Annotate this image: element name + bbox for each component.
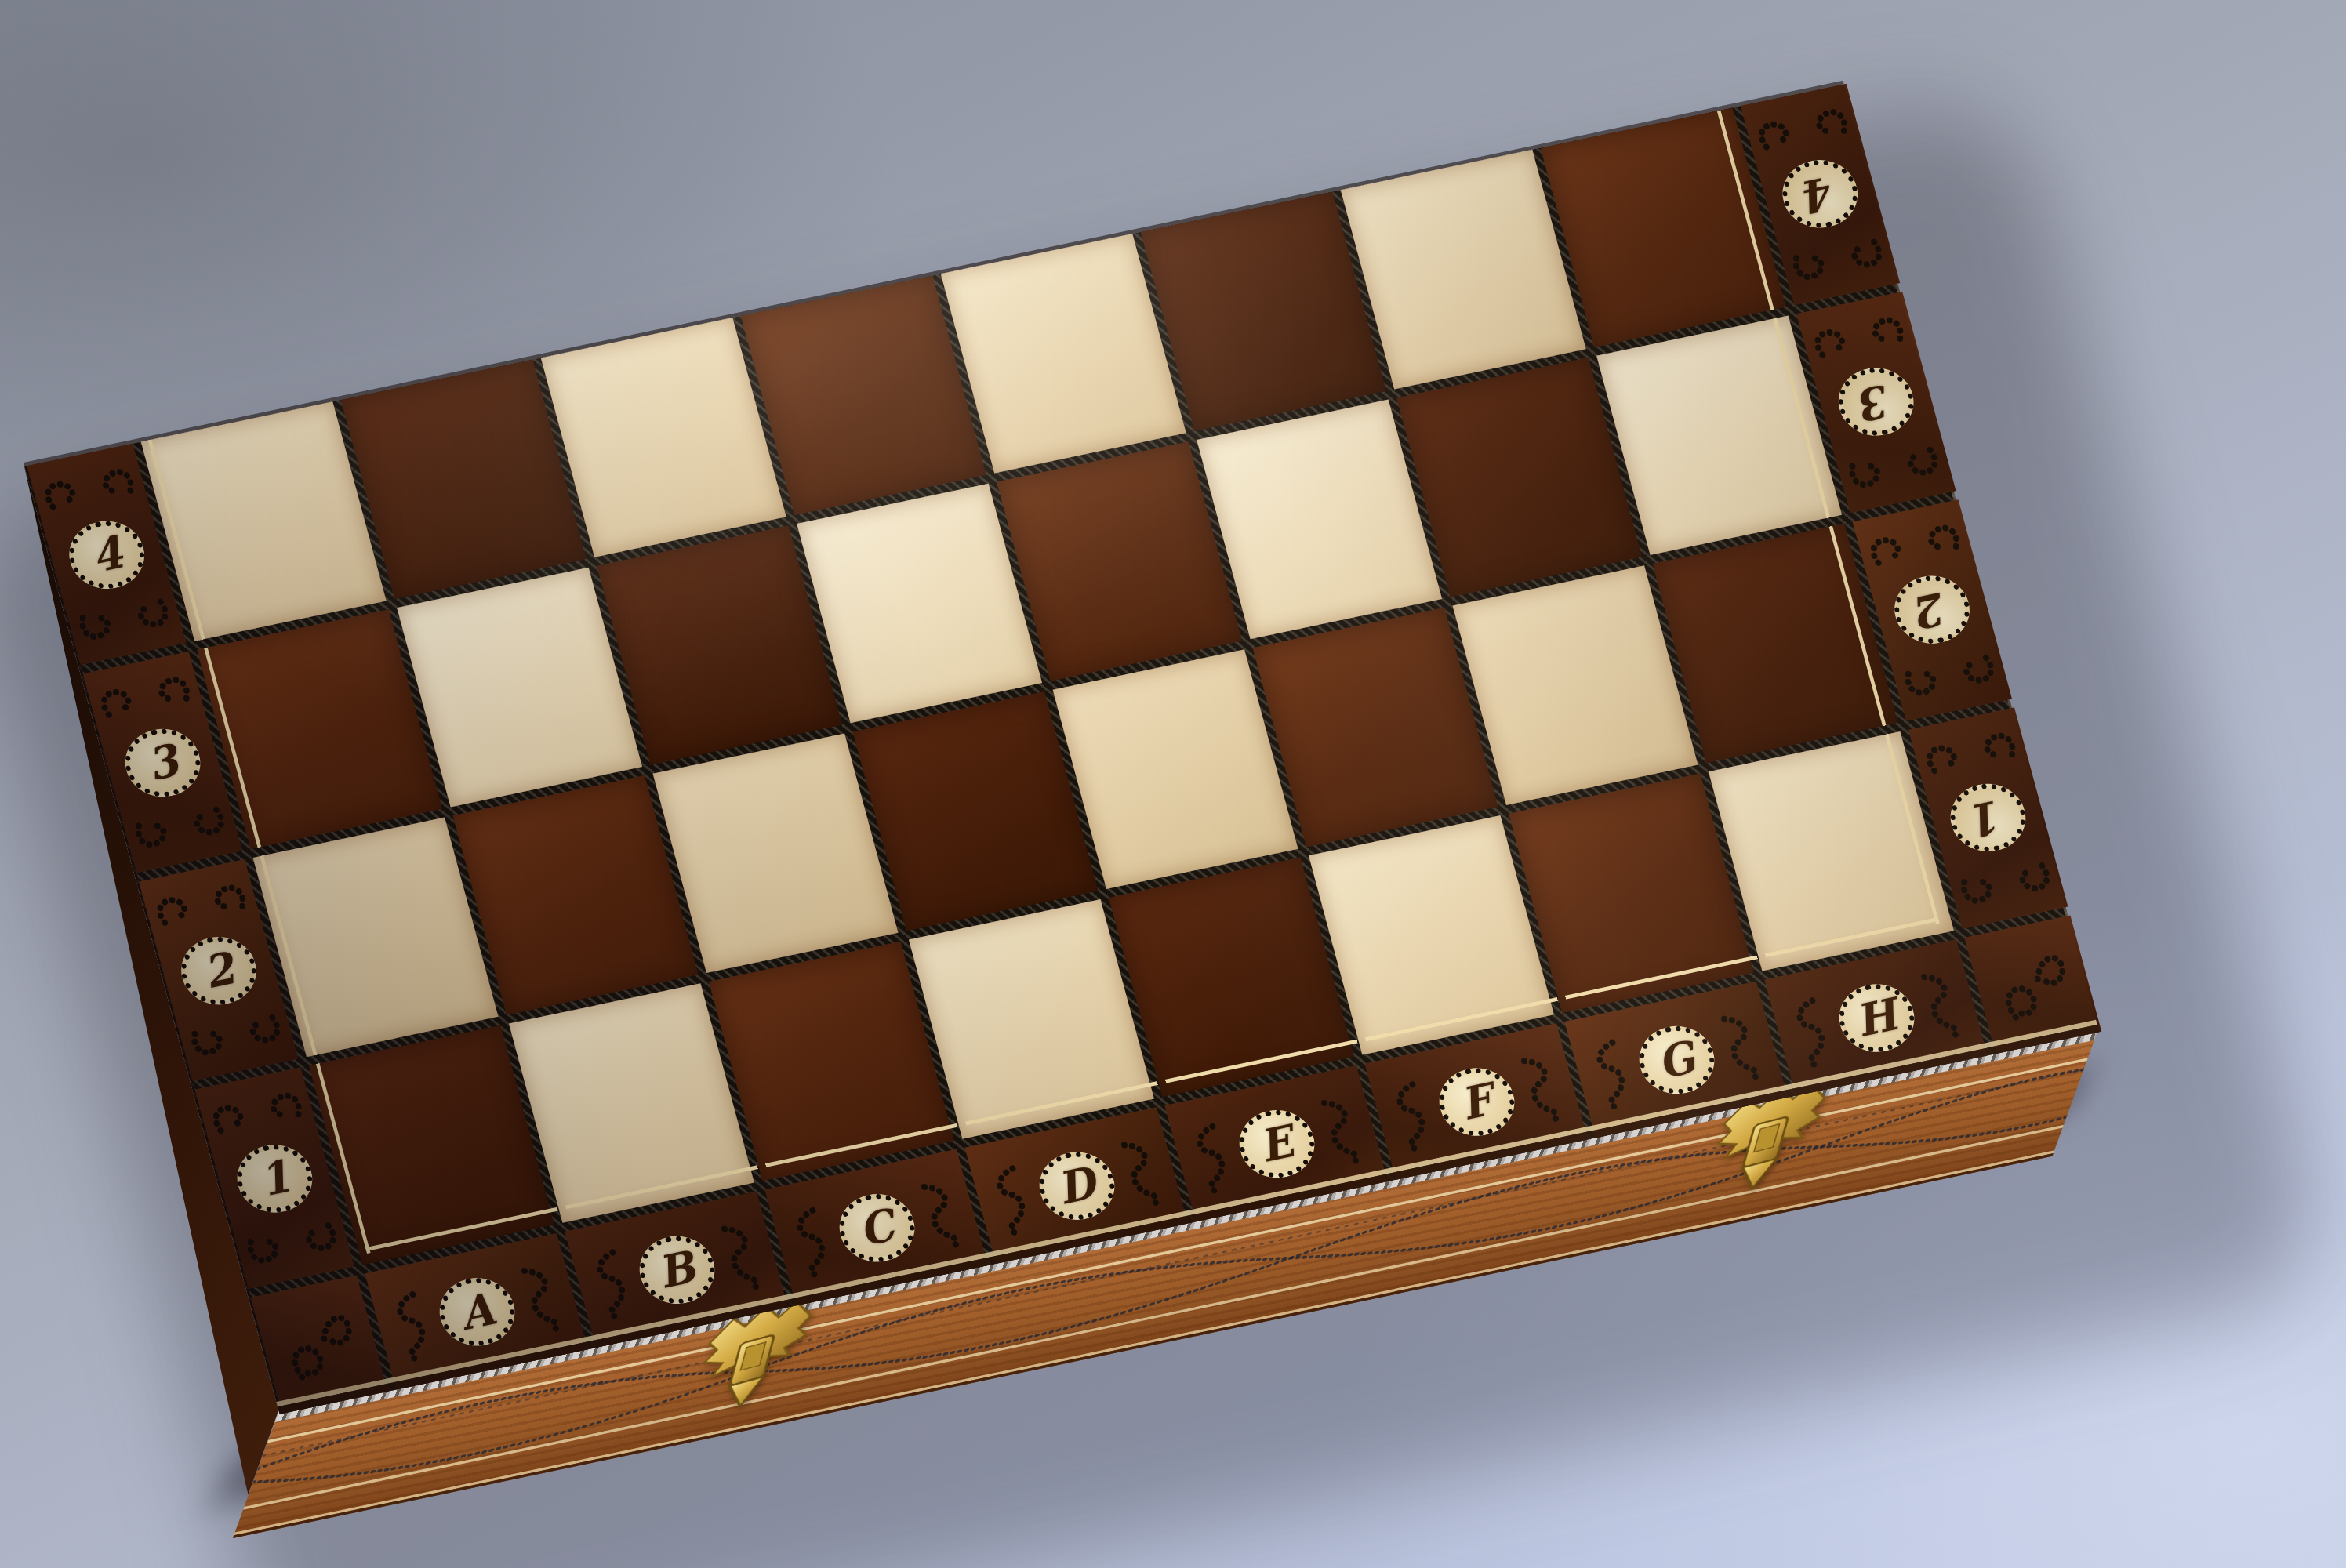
scroll-ornament-icon: [238, 1218, 347, 1271]
file-label-f: F: [1431, 1061, 1522, 1142]
square-f4: [1141, 191, 1386, 431]
scroll-ornament-icon: [1785, 992, 1835, 1072]
scroll-ornament-icon: [70, 594, 180, 648]
scroll-ornament-icon: [717, 1216, 768, 1296]
scroll-ornament-icon: [517, 1258, 568, 1338]
scroll-ornament-icon: [1585, 1033, 1635, 1113]
square-d4: [741, 276, 986, 516]
square-b2: [453, 775, 699, 1015]
square-e4: [941, 234, 1186, 474]
square-b4: [341, 360, 586, 600]
square-c2: [653, 733, 899, 973]
square-h1: [1709, 731, 1954, 971]
file-label-g: G: [1631, 1019, 1722, 1101]
square-f2: [1253, 608, 1498, 848]
scroll-ornament-icon: [917, 1174, 968, 1254]
corner-scroll-icon: [267, 1297, 371, 1392]
file-label-d: D: [1031, 1145, 1122, 1226]
scroll-ornament-icon: [1803, 310, 1913, 363]
scroll-ornament-icon: [985, 1160, 1035, 1240]
square-f3: [1197, 400, 1442, 640]
square-c1: [709, 942, 954, 1181]
scroll-ornament-icon: [146, 877, 256, 931]
square-b3: [397, 568, 642, 808]
square-d2: [853, 691, 1099, 931]
scroll-ornament-icon: [1952, 858, 2061, 911]
scroll-ornament-icon: [182, 1010, 292, 1063]
square-e3: [997, 441, 1242, 681]
square-d3: [797, 484, 1042, 724]
rank-label-right-2: 2: [1887, 570, 1977, 652]
square-b1: [509, 983, 754, 1223]
square-a4: [141, 401, 387, 641]
square-h2: [1653, 524, 1898, 764]
scroll-ornament-icon: [34, 462, 143, 515]
file-label-a: A: [431, 1271, 522, 1352]
square-a1: [309, 1025, 554, 1265]
scroll-ornament-icon: [1385, 1076, 1435, 1156]
square-c3: [597, 525, 842, 765]
rank-label-left-2: 2: [173, 930, 264, 1011]
rank-label-left-3: 3: [118, 721, 209, 803]
photo-scene: 44332211ABCDEFGH: [0, 0, 2346, 1568]
scroll-ornament-icon: [1185, 1117, 1235, 1197]
rank-label-left-4: 4: [61, 514, 152, 595]
scroll-ornament-icon: [1860, 517, 1970, 571]
scroll-ornament-icon: [1317, 1090, 1367, 1170]
rank-label-right-4: 4: [1775, 154, 1866, 235]
square-h4: [1541, 107, 1786, 347]
square-h3: [1596, 316, 1842, 556]
square-g3: [1396, 358, 1642, 597]
scroll-ornament-icon: [1783, 234, 1893, 288]
scroll-ornament-icon: [202, 1085, 311, 1138]
scroll-ornament-icon: [1916, 725, 2025, 779]
scroll-ornament-icon: [385, 1286, 435, 1366]
scroll-ornament-icon: [785, 1201, 835, 1281]
scroll-ornament-icon: [1895, 650, 2005, 703]
scroll-ornament-icon: [1717, 1006, 1767, 1086]
square-a2: [253, 818, 499, 1058]
square-e1: [1109, 858, 1354, 1098]
file-label-h: H: [1831, 977, 1922, 1058]
scroll-ornament-icon: [1748, 102, 1858, 155]
square-f1: [1309, 815, 1554, 1055]
scroll-ornament-icon: [1117, 1131, 1168, 1211]
square-e2: [1053, 649, 1298, 889]
square-a3: [197, 609, 442, 849]
scroll-ornament-icon: [90, 670, 200, 723]
square-g4: [1341, 150, 1586, 390]
file-label-b: B: [631, 1229, 722, 1310]
scroll-ornament-icon: [125, 802, 235, 855]
square-g1: [1509, 773, 1754, 1013]
corner-scroll-icon: [1981, 937, 2085, 1033]
square-d1: [909, 899, 1154, 1139]
file-label-e: E: [1231, 1103, 1322, 1185]
scroll-ornament-icon: [1839, 442, 1949, 495]
square-c4: [541, 318, 786, 557]
rank-label-right-1: 1: [1943, 778, 2034, 859]
scroll-ornament-icon: [1517, 1047, 1567, 1127]
scroll-ornament-icon: [585, 1243, 635, 1323]
file-label-c: C: [831, 1187, 922, 1269]
rank-label-left-1: 1: [229, 1138, 320, 1219]
square-g2: [1453, 565, 1698, 805]
scroll-ornament-icon: [1917, 964, 1967, 1044]
rank-label-right-3: 3: [1831, 361, 1922, 443]
